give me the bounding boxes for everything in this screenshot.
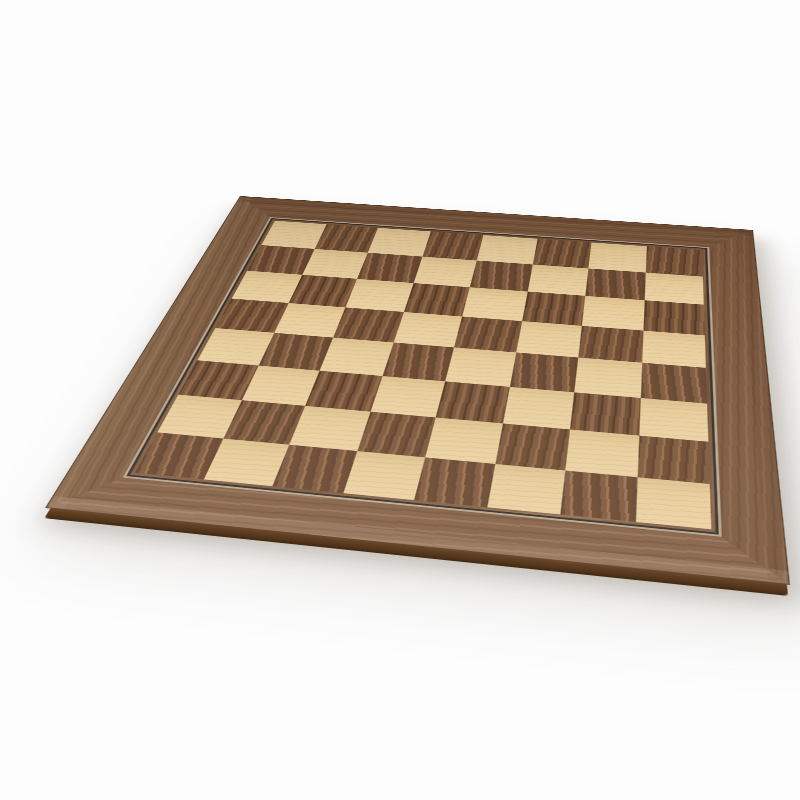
square-c7 — [357, 252, 422, 283]
square-g3 — [570, 392, 640, 436]
square-f7 — [527, 264, 588, 296]
square-g7 — [585, 268, 645, 300]
square-d7 — [413, 256, 477, 287]
square-d3 — [370, 376, 445, 418]
square-d6 — [404, 283, 470, 316]
square-h6 — [643, 300, 705, 335]
square-g2 — [565, 429, 638, 476]
square-c8 — [368, 228, 431, 257]
square-g5 — [578, 326, 643, 363]
square-d8 — [422, 231, 483, 260]
square-g6 — [582, 296, 644, 330]
square-d2 — [357, 412, 436, 457]
square-c4 — [320, 338, 393, 376]
square-e2 — [425, 417, 502, 463]
square-f1 — [487, 464, 566, 515]
square-h1 — [635, 477, 711, 530]
square-e7 — [470, 260, 533, 291]
square-h2 — [637, 436, 710, 484]
square-c6 — [346, 279, 414, 312]
square-f4 — [509, 352, 578, 392]
square-g1 — [560, 470, 637, 522]
photo-background — [0, 0, 800, 800]
square-g8 — [588, 242, 646, 272]
square-d4 — [382, 342, 454, 381]
square-f3 — [502, 386, 574, 429]
square-g4 — [574, 357, 641, 397]
square-d5 — [393, 312, 462, 348]
square-f6 — [522, 292, 586, 326]
square-f5 — [516, 321, 582, 358]
square-d1 — [343, 451, 426, 501]
square-h5 — [642, 330, 706, 368]
square-f8 — [532, 239, 591, 269]
square-e4 — [445, 347, 516, 386]
square-e6 — [462, 287, 527, 321]
square-e3 — [436, 381, 510, 423]
square-e8 — [477, 235, 537, 264]
square-e5 — [454, 316, 522, 352]
square-c3 — [305, 370, 382, 411]
square-h8 — [645, 246, 703, 276]
chess-board — [45, 196, 790, 585]
square-e1 — [414, 457, 495, 507]
square-f2 — [495, 423, 570, 470]
square-h7 — [644, 272, 704, 304]
square-c5 — [333, 307, 403, 342]
square-h4 — [640, 363, 707, 404]
square-h3 — [639, 398, 709, 442]
